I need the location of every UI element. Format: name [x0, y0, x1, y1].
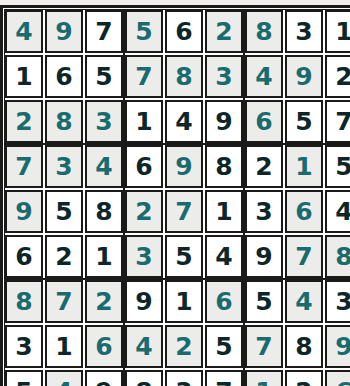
cell-r9c6[interactable]: 7: [205, 370, 243, 386]
cell-r3c4[interactable]: 1: [125, 100, 163, 143]
cell-r3c3[interactable]: 3: [85, 100, 123, 143]
cell-r2c2[interactable]: 6: [45, 55, 83, 98]
sudoku-box-7: 872316549: [4, 279, 124, 386]
cell-r8c2[interactable]: 1: [45, 325, 83, 368]
cell-r8c5[interactable]: 2: [165, 325, 203, 368]
cell-r4c1[interactable]: 7: [5, 145, 43, 188]
cell-r3c9[interactable]: 7: [325, 100, 350, 143]
cell-r5c8[interactable]: 6: [285, 190, 323, 233]
cell-r8c3[interactable]: 6: [85, 325, 123, 368]
cell-r2c4[interactable]: 7: [125, 55, 163, 98]
cell-r9c9[interactable]: 6: [325, 370, 350, 386]
cell-r4c6[interactable]: 8: [205, 145, 243, 188]
cell-r5c5[interactable]: 7: [165, 190, 203, 233]
cell-r3c7[interactable]: 6: [245, 100, 283, 143]
cell-r4c2[interactable]: 3: [45, 145, 83, 188]
cell-r6c7[interactable]: 9: [245, 235, 283, 278]
sudoku-board: 4971652835627831498314926577349586216982…: [0, 5, 350, 386]
cell-r3c8[interactable]: 5: [285, 100, 323, 143]
cell-r9c2[interactable]: 4: [45, 370, 83, 386]
cell-r9c1[interactable]: 5: [5, 370, 43, 386]
cell-r7c1[interactable]: 8: [5, 280, 43, 323]
cell-r6c3[interactable]: 1: [85, 235, 123, 278]
cell-r1c1[interactable]: 4: [5, 10, 43, 53]
sudoku-box-6: 215364978: [244, 144, 350, 279]
cell-r1c8[interactable]: 3: [285, 10, 323, 53]
cell-r8c6[interactable]: 5: [205, 325, 243, 368]
cell-r8c4[interactable]: 4: [125, 325, 163, 368]
cell-r5c7[interactable]: 3: [245, 190, 283, 233]
cell-r3c5[interactable]: 4: [165, 100, 203, 143]
cell-r1c7[interactable]: 8: [245, 10, 283, 53]
sudoku-box-4: 734958621: [4, 144, 124, 279]
cell-r2c8[interactable]: 9: [285, 55, 323, 98]
cell-r8c1[interactable]: 3: [5, 325, 43, 368]
cell-r3c6[interactable]: 9: [205, 100, 243, 143]
cell-r3c1[interactable]: 2: [5, 100, 43, 143]
cell-r7c4[interactable]: 9: [125, 280, 163, 323]
cell-r2c1[interactable]: 1: [5, 55, 43, 98]
cell-r2c9[interactable]: 2: [325, 55, 350, 98]
cell-r6c8[interactable]: 7: [285, 235, 323, 278]
cell-r2c7[interactable]: 4: [245, 55, 283, 98]
cell-r7c9[interactable]: 3: [325, 280, 350, 323]
cell-r6c6[interactable]: 4: [205, 235, 243, 278]
sudoku-box-1: 497165283: [4, 9, 124, 144]
cell-r1c3[interactable]: 7: [85, 10, 123, 53]
cell-r7c2[interactable]: 7: [45, 280, 83, 323]
cell-r8c7[interactable]: 7: [245, 325, 283, 368]
cell-r5c2[interactable]: 5: [45, 190, 83, 233]
cell-r1c5[interactable]: 6: [165, 10, 203, 53]
cell-r5c4[interactable]: 2: [125, 190, 163, 233]
cell-r4c5[interactable]: 9: [165, 145, 203, 188]
cell-r1c9[interactable]: 1: [325, 10, 350, 53]
cell-r6c9[interactable]: 8: [325, 235, 350, 278]
cell-r2c5[interactable]: 8: [165, 55, 203, 98]
cell-r8c9[interactable]: 9: [325, 325, 350, 368]
cell-r4c9[interactable]: 5: [325, 145, 350, 188]
cell-r6c4[interactable]: 3: [125, 235, 163, 278]
cell-r4c4[interactable]: 6: [125, 145, 163, 188]
cell-r7c7[interactable]: 5: [245, 280, 283, 323]
cell-r7c8[interactable]: 4: [285, 280, 323, 323]
page-background: 4971652835627831498314926577349586216982…: [0, 5, 350, 386]
cell-r9c8[interactable]: 2: [285, 370, 323, 386]
cell-r9c3[interactable]: 9: [85, 370, 123, 386]
cell-r7c5[interactable]: 1: [165, 280, 203, 323]
cell-r5c9[interactable]: 4: [325, 190, 350, 233]
cell-r6c5[interactable]: 5: [165, 235, 203, 278]
cell-r8c8[interactable]: 8: [285, 325, 323, 368]
cell-r7c6[interactable]: 6: [205, 280, 243, 323]
cell-r2c6[interactable]: 3: [205, 55, 243, 98]
cell-r3c2[interactable]: 8: [45, 100, 83, 143]
cell-r6c2[interactable]: 2: [45, 235, 83, 278]
sudoku-box-3: 831492657: [244, 9, 350, 144]
cell-r5c1[interactable]: 9: [5, 190, 43, 233]
cell-r9c4[interactable]: 8: [125, 370, 163, 386]
cell-r4c8[interactable]: 1: [285, 145, 323, 188]
cell-r6c1[interactable]: 6: [5, 235, 43, 278]
sudoku-box-5: 698271354: [124, 144, 244, 279]
sudoku-box-9: 543789126: [244, 279, 350, 386]
cell-r1c2[interactable]: 9: [45, 10, 83, 53]
cell-r4c3[interactable]: 4: [85, 145, 123, 188]
cell-r1c4[interactable]: 5: [125, 10, 163, 53]
sudoku-box-8: 916425837: [124, 279, 244, 386]
cell-r5c3[interactable]: 8: [85, 190, 123, 233]
cell-r2c3[interactable]: 5: [85, 55, 123, 98]
cell-r9c7[interactable]: 1: [245, 370, 283, 386]
cell-r4c7[interactable]: 2: [245, 145, 283, 188]
sudoku-box-2: 562783149: [124, 9, 244, 144]
cell-r9c5[interactable]: 3: [165, 370, 203, 386]
cell-r5c6[interactable]: 1: [205, 190, 243, 233]
cell-r7c3[interactable]: 2: [85, 280, 123, 323]
cell-r1c6[interactable]: 2: [205, 10, 243, 53]
